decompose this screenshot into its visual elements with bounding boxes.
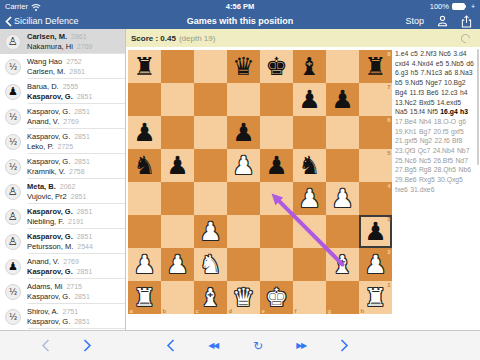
game-list-item[interactable]: ½Kasparov, G.2851Anand, V.2769 [0, 104, 125, 129]
skip-to-start-button[interactable]: ◀◀ [202, 331, 224, 360]
square-g4[interactable]: ♟ [326, 182, 359, 215]
file-label-e: e [262, 308, 265, 314]
black-pawn-f7: ♟ [298, 83, 320, 116]
file-label-h: h [361, 308, 365, 314]
rewind-icon: ◀◀ [208, 341, 217, 350]
square-e8[interactable]: ♚ [260, 50, 293, 83]
white-pawn-f4: ♟ [298, 182, 320, 215]
square-c4[interactable] [194, 182, 227, 215]
result-badge: ½ [5, 309, 21, 325]
square-c6[interactable] [194, 116, 227, 149]
black-player: Anand, V.2769 [27, 117, 90, 126]
white-pawn-c3: ♟ [199, 215, 221, 248]
square-g8[interactable] [326, 50, 359, 83]
result-badge: ♟ [5, 259, 21, 275]
back-chevron-icon [5, 16, 12, 27]
square-c8[interactable] [194, 50, 227, 83]
square-a3[interactable] [128, 215, 161, 248]
white-player: Anand, V.2769 [27, 257, 92, 266]
white-player: Kasparov, G.2851 [27, 207, 92, 216]
file-label-c: c [196, 308, 199, 314]
player-names: Barua, D.2555Kasparov, G.2851 [27, 82, 92, 101]
white-pawn-g4: ♟ [331, 182, 353, 215]
black-player: Petursson, M.2544 [27, 242, 93, 251]
square-e3[interactable] [260, 215, 293, 248]
square-b3[interactable] [161, 215, 194, 248]
white-win-pawn-icon: ♙ [8, 236, 18, 247]
black-knight-f5: ♞ [298, 149, 320, 182]
black-rook-a8: ♜ [133, 50, 155, 83]
player-names: Carlsen, M.2861Nakamura, Hi2769 [27, 32, 92, 51]
back-label: Sicilian Defence [14, 16, 79, 26]
square-e1[interactable]: ♚e [260, 281, 293, 314]
black-player: Nakamura, Hi2769 [27, 42, 92, 51]
file-label-a: a [130, 308, 133, 314]
rank-label-1: 1 [387, 282, 390, 288]
chevron-left-icon [166, 339, 175, 352]
white-queen-d1: ♛ [232, 281, 254, 314]
result-badge: ♙ [5, 184, 21, 200]
draw-half-icon: ½ [9, 62, 17, 72]
square-f6[interactable] [293, 116, 326, 149]
black-pawn-h3: ♟ [364, 215, 386, 248]
square-b8[interactable] [161, 50, 194, 83]
black-rook-h8: ♜ [364, 50, 386, 83]
file-label-d: d [229, 308, 233, 314]
square-h7[interactable]: 7 [359, 83, 392, 116]
future-moves: 17.Be4 Nh4 18.O-O g6 19.Kh1 Bg7 20.f5 gx… [395, 118, 471, 193]
square-a1[interactable]: ♜a [128, 281, 161, 314]
share-button[interactable] [461, 15, 472, 28]
square-f4[interactable]: ♟ [293, 182, 326, 215]
square-g1[interactable]: g [326, 281, 359, 314]
white-player: Meta, B.2062 [27, 182, 86, 191]
square-e4[interactable] [260, 182, 293, 215]
square-d3[interactable] [227, 215, 260, 248]
square-f5[interactable]: ♞ [293, 149, 326, 182]
game-list-item[interactable]: ♟Anand, V.2769Kasparov, G.2851 [0, 254, 125, 279]
player-names: Anand, V.2769Kasparov, G.2851 [27, 257, 92, 276]
black-player: Carlsen, M.2861 [27, 67, 85, 76]
stop-button[interactable]: Stop [405, 16, 424, 26]
square-b1[interactable]: b [161, 281, 194, 314]
draw-half-icon: ½ [9, 287, 17, 297]
result-badge: ½ [5, 159, 21, 175]
square-d7[interactable] [227, 83, 260, 116]
square-a6[interactable]: ♟ [128, 116, 161, 149]
black-player: Niebling, F.2191 [27, 217, 92, 226]
square-b4[interactable] [161, 182, 194, 215]
black-pawn-e5: ♟ [265, 149, 287, 182]
square-g2[interactable]: ♝ [326, 248, 359, 281]
white-player: Barua, D.2555 [27, 82, 92, 91]
white-knight-c2: ♞ [199, 248, 221, 281]
rank-label-5: 5 [387, 150, 390, 156]
game-list-item[interactable]: ½Adams, Mi2715Kasparov, G.2851 [0, 279, 125, 304]
black-pawn-a6: ♟ [133, 116, 155, 149]
rank-label-3: 3 [387, 216, 390, 222]
game-list-item[interactable]: ♟Barua, D.2555Kasparov, G.2851 [0, 79, 125, 104]
player-names: Kasparov, G.2851Niebling, F.2191 [27, 207, 92, 226]
rank-label-8: 8 [387, 51, 390, 57]
move-list[interactable]: 1.e4 c5 2.Nf3 Nc6 3.d4 cxd4 4.Nxd4 e5 5.… [395, 47, 474, 330]
result-badge: ½ [5, 284, 21, 300]
square-e2[interactable] [260, 248, 293, 281]
black-player: Vujovic, Pr22851 [27, 192, 86, 201]
black-player: Kasparov, G.2851 [27, 317, 90, 326]
black-pawn-d6: ♟ [232, 116, 254, 149]
game-list-item[interactable]: ½Shirov, A.2751Kasparov, G.2851 [0, 304, 125, 329]
square-d4[interactable] [227, 182, 260, 215]
square-h6[interactable]: 6 [359, 116, 392, 149]
square-a7[interactable] [128, 83, 161, 116]
game-list-item[interactable]: ½Wang Hao2752Carlsen, M.2861 [0, 54, 125, 79]
square-e7[interactable] [260, 83, 293, 116]
draw-half-icon: ½ [9, 162, 17, 172]
white-king-e1: ♚ [265, 281, 287, 314]
result-badge: ♙ [5, 234, 21, 250]
square-d8[interactable]: ♛ [227, 50, 260, 83]
battery-icon [452, 3, 465, 10]
square-g6[interactable] [326, 116, 359, 149]
share-icon [461, 15, 472, 28]
white-player: Kasparov, G.2851 [27, 107, 90, 116]
move-back-button[interactable] [159, 331, 181, 360]
white-player: Adams, Mi2715 [27, 282, 90, 291]
reload-icon: ↻ [253, 339, 263, 353]
back-button[interactable]: Sicilian Defence [5, 16, 79, 27]
black-pawn-b5: ♟ [166, 149, 188, 182]
player-names: Shirov, A.2751Kasparov, G.2851 [27, 307, 90, 326]
draw-half-icon: ½ [9, 312, 17, 322]
square-h3[interactable]: ♟3 [359, 215, 392, 248]
black-win-pawn-icon: ♟ [8, 86, 18, 97]
square-b5[interactable]: ♟ [161, 149, 194, 182]
square-f7[interactable]: ♟ [293, 83, 326, 116]
white-win-pawn-icon: ♙ [8, 36, 18, 47]
game-list-item[interactable]: ♙Meta, B.2062Vujovic, Pr22851 [0, 179, 125, 204]
white-pawn-b2: ♟ [166, 248, 188, 281]
square-c3[interactable]: ♟ [194, 215, 227, 248]
player-names: Meta, B.2062Vujovic, Pr22851 [27, 182, 86, 201]
chevron-left-icon [41, 339, 50, 352]
game-list-item[interactable]: ♙Kasparov, G.2851Niebling, F.2191 [0, 204, 125, 229]
file-label-f: f [295, 308, 297, 314]
move-list-scrollbar[interactable] [477, 49, 480, 165]
current-move: 16.g4 h3 [440, 108, 468, 115]
square-b2[interactable]: ♟ [161, 248, 194, 281]
white-bishop-g2: ♝ [331, 248, 353, 281]
white-player: Carlsen, M.2861 [27, 32, 92, 41]
square-g3[interactable] [326, 215, 359, 248]
rank-label-6: 6 [387, 117, 390, 123]
fast-forward-icon: ▶▶ [296, 341, 305, 350]
result-badge: ♙ [5, 34, 21, 50]
black-queen-d8: ♛ [232, 50, 254, 83]
white-bishop-c1: ♝ [199, 281, 221, 314]
game-list-item[interactable]: ½Kasparov, G.2851Kramnik, V.2758 [0, 154, 125, 179]
search-depth: (depth 19) [179, 34, 215, 43]
white-player: Shirov, A.2751 [27, 307, 90, 316]
white-rook-a1: ♜ [133, 281, 155, 314]
white-player: Wang Hao2752 [27, 57, 85, 66]
square-f2[interactable] [293, 248, 326, 281]
draw-half-icon: ½ [9, 137, 17, 147]
white-pawn-d5: ♟ [232, 149, 254, 182]
chevron-right-icon [340, 339, 349, 352]
engine-player-button[interactable] [437, 15, 448, 27]
black-win-pawn-icon: ♟ [8, 261, 18, 272]
white-pawn-a2: ♟ [133, 248, 155, 281]
result-badge: ½ [5, 134, 21, 150]
black-king-e8: ♚ [265, 50, 287, 83]
square-h4[interactable]: 4 [359, 182, 392, 215]
player-names: Adams, Mi2715Kasparov, G.2851 [27, 282, 90, 301]
carrier-label: Carrier [5, 2, 28, 11]
game-list-item[interactable]: ½Kasparov, G.2851Leko, P.2725 [0, 129, 125, 154]
square-h8[interactable]: ♜8 [359, 50, 392, 83]
square-a2[interactable]: ♟ [128, 248, 161, 281]
nav-bar: Sicilian Defence Games with this positio… [0, 13, 480, 29]
square-c2[interactable]: ♞ [194, 248, 227, 281]
move-forward-button[interactable] [333, 331, 355, 360]
square-g7[interactable]: ♟ [326, 83, 359, 116]
player-names: Kasparov, G.2851Kramnik, V.2758 [27, 157, 90, 176]
draw-half-icon: ½ [9, 112, 17, 122]
square-h1[interactable]: ♜h1 [359, 281, 392, 314]
clock: 4:56 PM [0, 2, 480, 11]
file-label-b: b [163, 308, 167, 314]
square-f3[interactable] [293, 215, 326, 248]
games-next-button[interactable] [76, 331, 98, 360]
chevron-right-icon [83, 339, 92, 352]
square-d5[interactable]: ♟ [227, 149, 260, 182]
square-h2[interactable]: ♟2 [359, 248, 392, 281]
white-pawn-h2: ♟ [364, 248, 386, 281]
white-win-pawn-icon: ♙ [8, 186, 18, 197]
wifi-icon [31, 3, 41, 11]
square-a5[interactable]: ♞ [128, 149, 161, 182]
white-player: Kasparov, G.2851 [27, 232, 93, 241]
chess-board: ♜♛♚♝♜8♟♟7♟♟6♞♟♟♟♞5♟♟4♟♟3♟♟♞♝♟2♜ab♝c♛d♚ef… [128, 50, 392, 314]
game-list-item[interactable]: ♙Kasparov, G.2851Petursson, M.2544 [0, 229, 125, 254]
player-names: Kasparov, G.2851Leko, P.2725 [27, 132, 90, 151]
skip-to-end-button[interactable]: ▶▶ [290, 331, 312, 360]
square-a4[interactable] [128, 182, 161, 215]
square-d6[interactable]: ♟ [227, 116, 260, 149]
black-player: Kasparov, G.2851 [27, 292, 90, 301]
reload-button[interactable]: ↻ [247, 331, 269, 360]
square-a8[interactable]: ♜ [128, 50, 161, 83]
white-win-pawn-icon: ♙ [8, 211, 18, 222]
player-names: Wang Hao2752Carlsen, M.2861 [27, 57, 85, 76]
result-badge: ½ [5, 109, 21, 125]
player-names: Kasparov, G.2851Anand, V.2769 [27, 107, 90, 126]
game-list-item[interactable]: ♙Carlsen, M.2861Nakamura, Hi2769 [0, 29, 125, 54]
engine-score-bar: Score : 0.45 (depth 19) [126, 29, 480, 47]
square-d2[interactable] [227, 248, 260, 281]
square-h5[interactable]: 5 [359, 149, 392, 182]
file-label-g: g [328, 308, 332, 314]
analysis-spinner-icon [459, 32, 472, 45]
charging-indicator: + [471, 3, 475, 10]
black-player: Leko, P.2725 [27, 142, 90, 151]
square-d1[interactable]: ♛d [227, 281, 260, 314]
rank-label-2: 2 [387, 249, 390, 255]
square-c5[interactable] [194, 149, 227, 182]
games-prev-button[interactable] [34, 331, 56, 360]
status-bar: Carrier 4:56 PM 100% + [0, 0, 480, 13]
white-player: Kasparov, G.2851 [27, 157, 90, 166]
square-c7[interactable] [194, 83, 227, 116]
rank-label-4: 4 [387, 183, 390, 189]
player-names: Kasparov, G.2851Petursson, M.2544 [27, 232, 93, 251]
white-rook-h1: ♜ [364, 281, 386, 314]
bottom-toolbar: ◀◀ ↻ ▶▶ [0, 330, 480, 360]
square-f8[interactable]: ♝ [293, 50, 326, 83]
square-e5[interactable]: ♟ [260, 149, 293, 182]
square-f1[interactable]: f [293, 281, 326, 314]
chess-app: Carrier 4:56 PM 100% + Sicilian Defence … [0, 0, 480, 360]
result-badge: ♙ [5, 209, 21, 225]
rank-label-7: 7 [387, 84, 390, 90]
black-player: Kramnik, V.2758 [27, 167, 90, 176]
games-list: ♙Carlsen, M.2861Nakamura, Hi2769½Wang Ha… [0, 29, 126, 330]
square-c1[interactable]: ♝c [194, 281, 227, 314]
black-player: Kasparov, G.2851 [27, 92, 92, 101]
black-pawn-g7: ♟ [331, 83, 353, 116]
played-moves: 1.e4 c5 2.Nf3 Nc6 3.d4 cxd4 4.Nxd4 e5 5.… [395, 50, 474, 115]
white-player: Kasparov, G.2851 [27, 132, 90, 141]
score-value: Score : 0.45 [131, 34, 176, 43]
square-g5[interactable] [326, 149, 359, 182]
black-bishop-f8: ♝ [298, 50, 320, 83]
result-badge: ♟ [5, 84, 21, 100]
person-icon [437, 15, 448, 27]
battery-percent: 100% [430, 2, 449, 11]
square-b7[interactable] [161, 83, 194, 116]
result-badge: ½ [5, 59, 21, 75]
square-b6[interactable] [161, 116, 194, 149]
black-knight-a5: ♞ [133, 149, 155, 182]
black-player: Kasparov, G.2851 [27, 267, 92, 276]
square-e6[interactable] [260, 116, 293, 149]
